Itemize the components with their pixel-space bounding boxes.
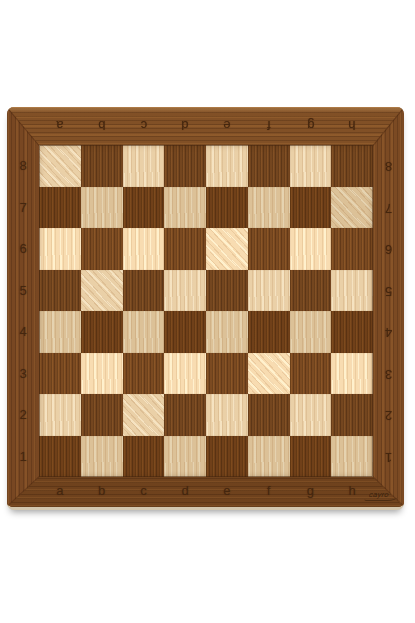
square-b2[interactable] xyxy=(81,394,123,436)
square-h3[interactable] xyxy=(331,353,373,395)
square-g7[interactable] xyxy=(290,187,332,229)
square-f5[interactable] xyxy=(248,270,290,312)
square-f6[interactable] xyxy=(248,228,290,270)
chess-board: abcdefgh abcdefgh 87654321 87654321 cayr… xyxy=(7,107,404,510)
square-a5[interactable] xyxy=(39,270,81,312)
square-g5[interactable] xyxy=(290,270,332,312)
square-a4[interactable] xyxy=(39,311,81,353)
board-frame-right xyxy=(373,107,404,507)
square-b8[interactable] xyxy=(81,145,123,187)
square-f2[interactable] xyxy=(248,394,290,436)
brand-logo: cayro xyxy=(369,490,390,499)
square-e2[interactable] xyxy=(206,394,248,436)
square-h6[interactable] xyxy=(331,228,373,270)
square-g3[interactable] xyxy=(290,353,332,395)
square-h7[interactable] xyxy=(331,187,373,229)
square-a6[interactable] xyxy=(39,228,81,270)
square-b3[interactable] xyxy=(81,353,123,395)
square-f4[interactable] xyxy=(248,311,290,353)
square-b6[interactable] xyxy=(81,228,123,270)
square-h1[interactable] xyxy=(331,436,373,478)
square-c6[interactable] xyxy=(123,228,165,270)
square-g8[interactable] xyxy=(290,145,332,187)
board-frame-top xyxy=(7,107,404,145)
square-b4[interactable] xyxy=(81,311,123,353)
square-e4[interactable] xyxy=(206,311,248,353)
square-d5[interactable] xyxy=(164,270,206,312)
square-e7[interactable] xyxy=(206,187,248,229)
square-g2[interactable] xyxy=(290,394,332,436)
square-c2[interactable] xyxy=(123,394,165,436)
square-f1[interactable] xyxy=(248,436,290,478)
photo-background: { "game": "chess", "position": "8/8/8/8/… xyxy=(0,0,415,623)
square-d6[interactable] xyxy=(164,228,206,270)
square-h2[interactable] xyxy=(331,394,373,436)
square-b1[interactable] xyxy=(81,436,123,478)
square-d3[interactable] xyxy=(164,353,206,395)
square-e5[interactable] xyxy=(206,270,248,312)
square-d8[interactable] xyxy=(164,145,206,187)
square-c7[interactable] xyxy=(123,187,165,229)
square-g1[interactable] xyxy=(290,436,332,478)
square-e8[interactable] xyxy=(206,145,248,187)
square-e3[interactable] xyxy=(206,353,248,395)
square-a8[interactable] xyxy=(39,145,81,187)
square-b5[interactable] xyxy=(81,270,123,312)
board-frame-bottom xyxy=(7,477,404,507)
square-a3[interactable] xyxy=(39,353,81,395)
square-c8[interactable] xyxy=(123,145,165,187)
square-e1[interactable] xyxy=(206,436,248,478)
square-f3[interactable] xyxy=(248,353,290,395)
playing-area xyxy=(39,145,373,477)
square-a1[interactable] xyxy=(39,436,81,478)
square-g4[interactable] xyxy=(290,311,332,353)
board-frame-left xyxy=(7,107,39,507)
square-d2[interactable] xyxy=(164,394,206,436)
square-d4[interactable] xyxy=(164,311,206,353)
square-f7[interactable] xyxy=(248,187,290,229)
square-f8[interactable] xyxy=(248,145,290,187)
square-a2[interactable] xyxy=(39,394,81,436)
square-a7[interactable] xyxy=(39,187,81,229)
square-e6[interactable] xyxy=(206,228,248,270)
square-c1[interactable] xyxy=(123,436,165,478)
square-h5[interactable] xyxy=(331,270,373,312)
square-b7[interactable] xyxy=(81,187,123,229)
square-c3[interactable] xyxy=(123,353,165,395)
square-g6[interactable] xyxy=(290,228,332,270)
square-c4[interactable] xyxy=(123,311,165,353)
square-c5[interactable] xyxy=(123,270,165,312)
square-h4[interactable] xyxy=(331,311,373,353)
square-d7[interactable] xyxy=(164,187,206,229)
square-h8[interactable] xyxy=(331,145,373,187)
square-d1[interactable] xyxy=(164,436,206,478)
